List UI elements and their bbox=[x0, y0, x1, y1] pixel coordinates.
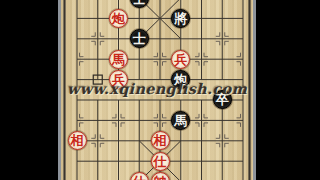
intersection-c2r7[interactable] bbox=[108, 131, 129, 151]
intersection-c6r9[interactable] bbox=[191, 171, 212, 180]
intersection-c5r9[interactable] bbox=[170, 171, 191, 180]
piece-red-pawn[interactable]: 兵 bbox=[171, 50, 190, 69]
intersection-c7r8[interactable] bbox=[212, 151, 233, 171]
intersection-c8r3[interactable] bbox=[233, 49, 253, 69]
intersection-c1r9[interactable] bbox=[87, 171, 108, 180]
board-grid: 士炮將士馬兵兵炮卒馬相相仕仕帥 bbox=[67, 0, 253, 180]
intersection-c5r8[interactable] bbox=[170, 151, 191, 171]
intersection-c1r1[interactable] bbox=[87, 8, 108, 28]
intersection-c7r5[interactable]: 卒 bbox=[212, 90, 233, 110]
intersection-c6r6[interactable] bbox=[191, 110, 212, 130]
intersection-c4r7[interactable]: 相 bbox=[150, 131, 171, 151]
piece-black-pawn[interactable]: 卒 bbox=[213, 90, 232, 109]
intersection-c1r5[interactable] bbox=[87, 90, 108, 110]
intersection-c3r6[interactable] bbox=[129, 110, 150, 130]
intersection-c2r1[interactable]: 炮 bbox=[108, 8, 129, 28]
intersection-c0r5[interactable] bbox=[67, 90, 88, 110]
intersection-c0r0[interactable] bbox=[67, 0, 88, 8]
intersection-c4r8[interactable]: 仕 bbox=[150, 151, 171, 171]
intersection-c3r0[interactable]: 士 bbox=[129, 0, 150, 8]
intersection-c1r0[interactable] bbox=[87, 0, 108, 8]
intersection-c8r7[interactable] bbox=[233, 131, 253, 151]
intersection-c6r8[interactable] bbox=[191, 151, 212, 171]
video-frame: 士炮將士馬兵兵炮卒馬相相仕仕帥 www.xqinenglish.com bbox=[0, 0, 320, 180]
intersection-c0r7[interactable]: 相 bbox=[67, 131, 88, 151]
intersection-c8r6[interactable] bbox=[233, 110, 253, 130]
intersection-c4r6[interactable] bbox=[150, 110, 171, 130]
intersection-c7r3[interactable] bbox=[212, 49, 233, 69]
intersection-c2r6[interactable] bbox=[108, 110, 129, 130]
intersection-c3r9[interactable]: 仕 bbox=[129, 171, 150, 180]
intersection-c7r0[interactable] bbox=[212, 0, 233, 8]
intersection-c3r2[interactable]: 士 bbox=[129, 29, 150, 49]
intersection-c1r4[interactable] bbox=[87, 69, 108, 89]
intersection-c8r2[interactable] bbox=[233, 29, 253, 49]
intersection-c4r9[interactable]: 帥 bbox=[150, 171, 171, 180]
intersection-c6r0[interactable] bbox=[191, 0, 212, 8]
intersection-c2r8[interactable] bbox=[108, 151, 129, 171]
piece-red-pawn[interactable]: 兵 bbox=[109, 70, 128, 89]
intersection-c6r3[interactable] bbox=[191, 49, 212, 69]
intersection-c1r6[interactable] bbox=[87, 110, 108, 130]
intersection-c1r7[interactable] bbox=[87, 131, 108, 151]
intersection-c8r9[interactable] bbox=[233, 171, 253, 180]
intersection-c7r7[interactable] bbox=[212, 131, 233, 151]
intersection-c6r4[interactable] bbox=[191, 69, 212, 89]
intersection-c6r7[interactable] bbox=[191, 131, 212, 151]
piece-black-general[interactable]: 將 bbox=[171, 9, 190, 28]
intersection-c8r4[interactable] bbox=[233, 69, 253, 89]
intersection-c7r6[interactable] bbox=[212, 110, 233, 130]
intersection-c0r1[interactable] bbox=[67, 8, 88, 28]
intersection-c5r7[interactable] bbox=[170, 131, 191, 151]
intersection-c6r5[interactable] bbox=[191, 90, 212, 110]
intersection-c3r4[interactable] bbox=[129, 69, 150, 89]
piece-red-cannon[interactable]: 炮 bbox=[109, 9, 128, 28]
piece-red-horse[interactable]: 馬 bbox=[109, 50, 128, 69]
intersection-c8r1[interactable] bbox=[233, 8, 253, 28]
intersection-c5r3[interactable]: 兵 bbox=[170, 49, 191, 69]
intersection-c8r8[interactable] bbox=[233, 151, 253, 171]
intersection-c3r3[interactable] bbox=[129, 49, 150, 69]
intersection-c0r4[interactable] bbox=[67, 69, 88, 89]
piece-red-elephant[interactable]: 相 bbox=[68, 131, 87, 150]
intersection-c4r3[interactable] bbox=[150, 49, 171, 69]
intersection-c0r6[interactable] bbox=[67, 110, 88, 130]
intersection-c2r0[interactable] bbox=[108, 0, 129, 8]
piece-black-cannon[interactable]: 炮 bbox=[171, 70, 190, 89]
piece-red-advisor[interactable]: 仕 bbox=[151, 152, 170, 171]
intersection-c7r2[interactable] bbox=[212, 29, 233, 49]
intersection-c8r5[interactable] bbox=[233, 90, 253, 110]
intersection-c6r1[interactable] bbox=[191, 8, 212, 28]
intersection-c2r9[interactable] bbox=[108, 171, 129, 180]
intersection-c1r2[interactable] bbox=[87, 29, 108, 49]
intersection-c3r8[interactable] bbox=[129, 151, 150, 171]
intersection-c4r0[interactable] bbox=[150, 0, 171, 8]
intersection-c5r4[interactable]: 炮 bbox=[170, 69, 191, 89]
intersection-c1r3[interactable] bbox=[87, 49, 108, 69]
piece-black-advisor[interactable]: 士 bbox=[130, 29, 149, 48]
intersection-c2r5[interactable] bbox=[108, 90, 129, 110]
intersection-c5r5[interactable] bbox=[170, 90, 191, 110]
intersection-c0r8[interactable] bbox=[67, 151, 88, 171]
intersection-c4r2[interactable] bbox=[150, 29, 171, 49]
intersection-c0r2[interactable] bbox=[67, 29, 88, 49]
intersection-c3r1[interactable] bbox=[129, 8, 150, 28]
intersection-c7r9[interactable] bbox=[212, 171, 233, 180]
intersection-c4r4[interactable] bbox=[150, 69, 171, 89]
intersection-c4r1[interactable] bbox=[150, 8, 171, 28]
intersection-c5r1[interactable]: 將 bbox=[170, 8, 191, 28]
piece-red-king[interactable]: 帥 bbox=[151, 172, 170, 180]
intersection-c2r4[interactable]: 兵 bbox=[108, 69, 129, 89]
intersection-c0r9[interactable] bbox=[67, 171, 88, 180]
piece-red-advisor[interactable]: 仕 bbox=[130, 172, 149, 180]
intersection-c5r2[interactable] bbox=[170, 29, 191, 49]
intersection-c7r1[interactable] bbox=[212, 8, 233, 28]
intersection-c6r2[interactable] bbox=[191, 29, 212, 49]
intersection-c2r3[interactable]: 馬 bbox=[108, 49, 129, 69]
piece-black-horse[interactable]: 馬 bbox=[171, 111, 190, 130]
intersection-c8r0[interactable] bbox=[233, 0, 253, 8]
board-edge-right bbox=[253, 0, 256, 180]
intersection-c2r2[interactable] bbox=[108, 29, 129, 49]
piece-red-elephant[interactable]: 相 bbox=[151, 131, 170, 150]
intersection-c0r3[interactable] bbox=[67, 49, 88, 69]
xiangqi-board[interactable]: 士炮將士馬兵兵炮卒馬相相仕仕帥 www.xqinenglish.com bbox=[61, 0, 253, 180]
intersection-c5r6[interactable]: 馬 bbox=[170, 110, 191, 130]
intersection-c7r4[interactable] bbox=[212, 69, 233, 89]
intersection-c3r5[interactable] bbox=[129, 90, 150, 110]
intersection-c5r0[interactable] bbox=[170, 0, 191, 8]
intersection-c4r5[interactable] bbox=[150, 90, 171, 110]
intersection-c1r8[interactable] bbox=[87, 151, 108, 171]
intersection-c3r7[interactable] bbox=[129, 131, 150, 151]
piece-black-advisor[interactable]: 士 bbox=[130, 0, 149, 8]
